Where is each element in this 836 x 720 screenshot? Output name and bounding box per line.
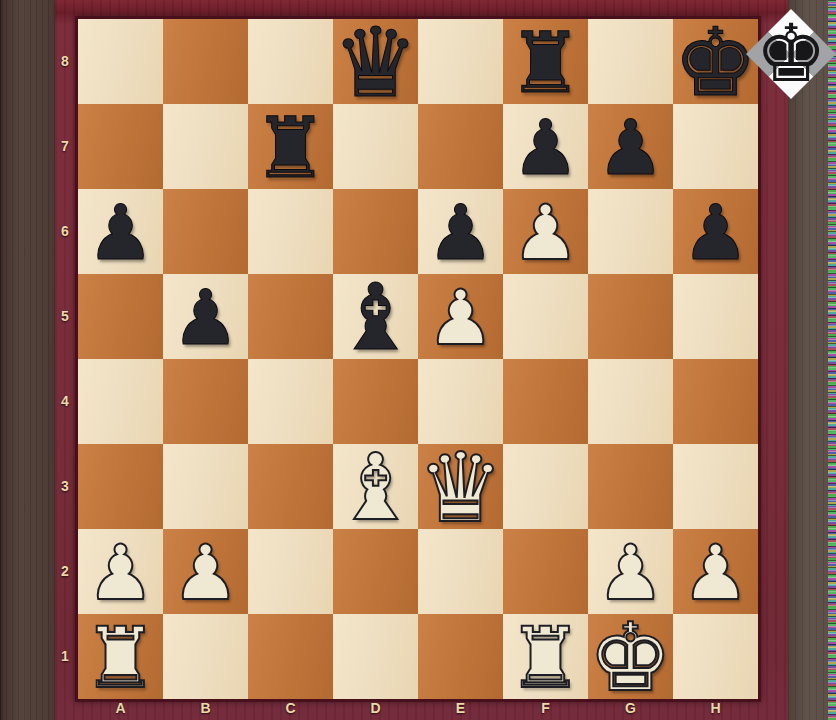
square-a1[interactable]: ♜ <box>78 614 163 699</box>
square-g4[interactable] <box>588 359 673 444</box>
black-queen-d8[interactable]: ♛ <box>332 15 418 111</box>
black-pawn-a6[interactable]: ♟ <box>86 195 154 271</box>
black-rook-f8[interactable]: ♜ <box>508 21 583 105</box>
rank-label-1: 1 <box>55 614 75 699</box>
square-h6[interactable]: ♟ <box>673 189 758 274</box>
white-rook-a1[interactable]: ♜ <box>83 616 158 700</box>
black-pawn-f7[interactable]: ♟ <box>511 110 579 186</box>
white-king-g1[interactable]: ♚ <box>588 611 672 705</box>
square-b5[interactable]: ♟ <box>163 274 248 359</box>
square-h3[interactable] <box>673 444 758 529</box>
white-bishop-d3[interactable]: ♝ <box>334 442 416 534</box>
square-f6[interactable]: ♟ <box>503 189 588 274</box>
rank-label-4: 4 <box>55 359 75 444</box>
square-c2[interactable] <box>248 529 333 614</box>
white-rook-f1[interactable]: ♜ <box>508 616 583 700</box>
square-e1[interactable] <box>418 614 503 699</box>
square-e3[interactable]: ♛ <box>418 444 503 529</box>
square-a5[interactable] <box>78 274 163 359</box>
left-wood-panel <box>0 0 55 720</box>
square-f1[interactable]: ♜ <box>503 614 588 699</box>
square-a4[interactable] <box>78 359 163 444</box>
square-c8[interactable] <box>248 19 333 104</box>
square-a2[interactable]: ♟ <box>78 529 163 614</box>
square-f3[interactable] <box>503 444 588 529</box>
video-frame: ♛♜♚♜♟♟♟♟♟♟♟♝♟♝♛♟♟♟♟♜♜♚ 87654321 ABCDEFGH… <box>0 0 836 720</box>
square-d6[interactable] <box>333 189 418 274</box>
square-g1[interactable]: ♚ <box>588 614 673 699</box>
black-bishop-d5[interactable]: ♝ <box>334 272 416 364</box>
square-d2[interactable] <box>333 529 418 614</box>
square-e5[interactable]: ♟ <box>418 274 503 359</box>
black-pawn-e6[interactable]: ♟ <box>426 195 494 271</box>
square-d1[interactable] <box>333 614 418 699</box>
file-label-E: E <box>418 700 503 720</box>
white-pawn-f6[interactable]: ♟ <box>511 195 579 271</box>
black-rook-c7[interactable]: ♜ <box>253 106 328 190</box>
square-d8[interactable]: ♛ <box>333 19 418 104</box>
white-pawn-e5[interactable]: ♟ <box>426 280 494 356</box>
square-h1[interactable] <box>673 614 758 699</box>
square-c6[interactable] <box>248 189 333 274</box>
square-e6[interactable]: ♟ <box>418 189 503 274</box>
square-c1[interactable] <box>248 614 333 699</box>
square-g6[interactable] <box>588 189 673 274</box>
square-f4[interactable] <box>503 359 588 444</box>
white-pawn-a2[interactable]: ♟ <box>86 535 154 611</box>
square-h7[interactable] <box>673 104 758 189</box>
black-pawn-g7[interactable]: ♟ <box>596 110 664 186</box>
square-c7[interactable]: ♜ <box>248 104 333 189</box>
square-b1[interactable] <box>163 614 248 699</box>
white-pawn-h2[interactable]: ♟ <box>681 535 749 611</box>
square-e7[interactable] <box>418 104 503 189</box>
square-b6[interactable] <box>163 189 248 274</box>
square-f5[interactable] <box>503 274 588 359</box>
video-noise-strip <box>828 0 836 720</box>
square-a7[interactable] <box>78 104 163 189</box>
white-pawn-g2[interactable]: ♟ <box>596 535 664 611</box>
square-f7[interactable]: ♟ <box>503 104 588 189</box>
square-f2[interactable] <box>503 529 588 614</box>
square-d4[interactable] <box>333 359 418 444</box>
square-f8[interactable]: ♜ <box>503 19 588 104</box>
black-to-move-indicator: ♚ <box>746 9 836 99</box>
square-c3[interactable] <box>248 444 333 529</box>
square-d7[interactable] <box>333 104 418 189</box>
square-h4[interactable] <box>673 359 758 444</box>
square-g7[interactable]: ♟ <box>588 104 673 189</box>
file-label-B: B <box>163 700 248 720</box>
white-queen-e3[interactable]: ♛ <box>417 440 503 536</box>
square-d3[interactable]: ♝ <box>333 444 418 529</box>
file-label-A: A <box>78 700 163 720</box>
file-label-G: G <box>588 700 673 720</box>
square-h5[interactable] <box>673 274 758 359</box>
file-label-H: H <box>673 700 758 720</box>
file-label-C: C <box>248 700 333 720</box>
rank-label-5: 5 <box>55 274 75 359</box>
rank-label-2: 2 <box>55 529 75 614</box>
rank-label-8: 8 <box>55 19 75 104</box>
rank-label-3: 3 <box>55 444 75 529</box>
square-e8[interactable] <box>418 19 503 104</box>
black-king-h8[interactable]: ♚ <box>673 16 757 110</box>
white-pawn-b2[interactable]: ♟ <box>171 535 239 611</box>
square-g3[interactable] <box>588 444 673 529</box>
black-king-icon: ♚ <box>746 9 836 99</box>
square-b4[interactable] <box>163 359 248 444</box>
black-pawn-h6[interactable]: ♟ <box>681 195 749 271</box>
square-b7[interactable] <box>163 104 248 189</box>
file-label-D: D <box>333 700 418 720</box>
square-a8[interactable] <box>78 19 163 104</box>
square-b8[interactable] <box>163 19 248 104</box>
file-label-F: F <box>503 700 588 720</box>
square-d5[interactable]: ♝ <box>333 274 418 359</box>
square-a6[interactable]: ♟ <box>78 189 163 274</box>
square-c5[interactable] <box>248 274 333 359</box>
square-b2[interactable]: ♟ <box>163 529 248 614</box>
square-g8[interactable] <box>588 19 673 104</box>
rank-label-6: 6 <box>55 189 75 274</box>
square-h2[interactable]: ♟ <box>673 529 758 614</box>
black-pawn-b5[interactable]: ♟ <box>171 280 239 356</box>
square-b3[interactable] <box>163 444 248 529</box>
square-c4[interactable] <box>248 359 333 444</box>
rank-label-7: 7 <box>55 104 75 189</box>
chess-board: ♛♜♚♜♟♟♟♟♟♟♟♝♟♝♛♟♟♟♟♜♜♚ <box>75 16 761 702</box>
square-g2[interactable]: ♟ <box>588 529 673 614</box>
square-a3[interactable] <box>78 444 163 529</box>
square-e2[interactable] <box>418 529 503 614</box>
square-g5[interactable] <box>588 274 673 359</box>
